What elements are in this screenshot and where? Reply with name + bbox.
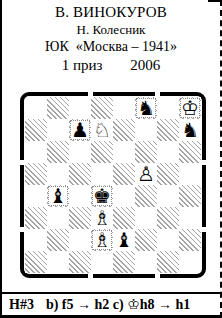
square-b4: ♝ <box>47 185 69 207</box>
square-h4 <box>179 185 201 207</box>
square-b1 <box>47 251 69 273</box>
problem-card: В. ВИНОКУРОВ Н. Колесник ЮК «Москва – 19… <box>0 0 222 318</box>
twins-label: b) f5 → h2 c) ♔h8 → h1 <box>46 296 190 313</box>
award-line: 1 приз 2006 <box>2 56 220 75</box>
tournament-name: ЮК «Москва – 1941» <box>2 38 220 56</box>
square-f2 <box>135 229 157 251</box>
square-e8 <box>113 97 135 119</box>
square-e6 <box>113 141 135 163</box>
square-e5 <box>113 163 135 185</box>
square-g7 <box>157 119 179 141</box>
square-a6 <box>25 141 47 163</box>
prize-label: 1 приз <box>62 56 103 75</box>
piece-black-knight-h7: ♞ <box>180 120 201 141</box>
square-g3 <box>157 207 179 229</box>
square-a1 <box>25 251 47 273</box>
year-label: 2006 <box>130 56 160 75</box>
square-d8 <box>91 97 113 119</box>
square-h2 <box>179 229 201 251</box>
square-c6 <box>69 141 91 163</box>
square-b5 <box>47 163 69 185</box>
square-b7 <box>47 119 69 141</box>
stipulation-label: H#3 <box>9 297 34 313</box>
square-h5 <box>179 163 201 185</box>
piece-white-king-h8: ♔ <box>180 98 200 118</box>
board-frame-gap <box>202 160 206 165</box>
chess-board: ♞♔♟♘♞♙♝♚♗♗♝ <box>20 92 206 278</box>
square-b3 <box>47 207 69 229</box>
square-f6 <box>135 141 157 163</box>
square-e4 <box>113 185 135 207</box>
square-e7 <box>113 119 135 141</box>
piece-black-bishop-b4: ♝ <box>48 186 68 206</box>
table-border-dash <box>208 0 220 2</box>
square-h1 <box>179 251 201 273</box>
square-f5: ♙ <box>135 163 157 185</box>
piece-black-bishop-e2: ♝ <box>114 230 135 251</box>
caption-bar: H#3 b) f5 → h2 c) ♔h8 → h1 <box>2 292 220 318</box>
square-f3 <box>135 207 157 229</box>
square-c5 <box>69 163 91 185</box>
piece-black-knight-f8: ♞ <box>136 98 156 118</box>
square-d1 <box>91 251 113 273</box>
square-a5 <box>25 163 47 185</box>
square-a2 <box>25 229 47 251</box>
square-e2: ♝ <box>113 229 135 251</box>
board-frame-gap <box>88 92 93 96</box>
square-g1 <box>157 251 179 273</box>
board-frame-gap <box>155 92 160 96</box>
square-b6 <box>47 141 69 163</box>
piece-white-pawn-f5: ♙ <box>136 164 157 185</box>
square-c8 <box>69 97 91 119</box>
piece-white-bishop-d2: ♗ <box>92 230 112 250</box>
square-d5 <box>91 163 113 185</box>
square-g2 <box>157 229 179 251</box>
square-d3: ♗ <box>91 207 113 229</box>
square-a4 <box>25 185 47 207</box>
square-e3 <box>113 207 135 229</box>
square-g8 <box>157 97 179 119</box>
square-h7: ♞ <box>179 119 201 141</box>
square-d4: ♚ <box>91 185 113 207</box>
square-a8 <box>25 97 47 119</box>
square-c2 <box>69 229 91 251</box>
square-h6 <box>179 141 201 163</box>
board-frame-gap <box>20 227 24 232</box>
square-b8 <box>47 97 69 119</box>
square-f4 <box>135 185 157 207</box>
piece-white-knight-d7: ♘ <box>92 120 113 141</box>
piece-white-bishop-d3: ♗ <box>92 208 113 229</box>
composer-name-2: Н. Колесник <box>2 22 220 38</box>
square-c1 <box>69 251 91 273</box>
square-f7 <box>135 119 157 141</box>
square-f1 <box>135 251 157 273</box>
board-frame-gap <box>88 274 93 278</box>
square-a3 <box>25 207 47 229</box>
composer-name-1: В. ВИНОКУРОВ <box>2 3 220 22</box>
square-a7 <box>25 119 47 141</box>
square-b2 <box>47 229 69 251</box>
piece-black-pawn-c7: ♟ <box>70 120 90 140</box>
square-e1 <box>113 251 135 273</box>
board-frame-gap <box>202 227 206 232</box>
square-c4 <box>69 185 91 207</box>
header: В. ВИНОКУРОВ Н. Колесник ЮК «Москва – 19… <box>2 0 220 75</box>
piece-black-king-d4: ♚ <box>92 186 112 206</box>
board-frame-gap <box>20 160 24 165</box>
square-d6 <box>91 141 113 163</box>
board-frame-gap <box>155 274 160 278</box>
square-g5 <box>157 163 179 185</box>
square-f8: ♞ <box>135 97 157 119</box>
square-g6 <box>157 141 179 163</box>
square-h8: ♔ <box>179 97 201 119</box>
square-h3 <box>179 207 201 229</box>
square-c7: ♟ <box>69 119 91 141</box>
square-g4 <box>157 185 179 207</box>
square-c3 <box>69 207 91 229</box>
square-d2: ♗ <box>91 229 113 251</box>
square-d7: ♘ <box>91 119 113 141</box>
